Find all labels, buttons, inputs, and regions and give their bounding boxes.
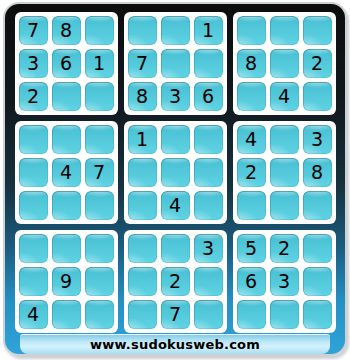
cell-r4c4[interactable]: 1 xyxy=(128,125,157,154)
cell-r3c1[interactable]: 2 xyxy=(19,82,48,111)
cell-r4c5[interactable] xyxy=(161,125,190,154)
cell-r1c3[interactable] xyxy=(85,16,114,45)
box-2: 17836 xyxy=(124,12,227,115)
cell-r6c6[interactable] xyxy=(194,191,223,220)
cell-r6c8[interactable] xyxy=(270,191,299,220)
cell-r6c5[interactable]: 4 xyxy=(161,191,190,220)
box-3: 824 xyxy=(233,12,336,115)
cell-r2c2[interactable]: 6 xyxy=(52,49,81,78)
cell-r2c7[interactable]: 8 xyxy=(237,49,266,78)
cell-r1c5[interactable] xyxy=(161,16,190,45)
box-1: 783612 xyxy=(15,12,118,115)
cell-r3c7[interactable] xyxy=(237,82,266,111)
cell-r4c7[interactable]: 4 xyxy=(237,125,266,154)
footer-band: www.sudokusweb.com xyxy=(20,334,330,354)
cell-r2c5[interactable] xyxy=(161,49,190,78)
cell-r9c1[interactable]: 4 xyxy=(19,300,48,329)
cell-r9c4[interactable] xyxy=(128,300,157,329)
cell-r3c6[interactable]: 6 xyxy=(194,82,223,111)
cell-r3c9[interactable] xyxy=(303,82,332,111)
cell-r8c7[interactable]: 6 xyxy=(237,267,266,296)
cell-r7c9[interactable] xyxy=(303,234,332,263)
box-5: 14 xyxy=(124,121,227,224)
cell-r2c9[interactable]: 2 xyxy=(303,49,332,78)
box-6: 4328 xyxy=(233,121,336,224)
cell-r3c3[interactable] xyxy=(85,82,114,111)
box-7: 94 xyxy=(15,230,118,333)
sudoku-plaque: 7836121783682447144328943275263 www.sudo… xyxy=(3,2,347,356)
cell-r4c2[interactable] xyxy=(52,125,81,154)
cell-r5c1[interactable] xyxy=(19,158,48,187)
cell-r8c5[interactable]: 2 xyxy=(161,267,190,296)
cell-r7c6[interactable]: 3 xyxy=(194,234,223,263)
cell-r9c6[interactable] xyxy=(194,300,223,329)
cell-r7c5[interactable] xyxy=(161,234,190,263)
cell-r3c2[interactable] xyxy=(52,82,81,111)
cell-r5c8[interactable] xyxy=(270,158,299,187)
cell-r1c4[interactable] xyxy=(128,16,157,45)
cell-r2c4[interactable]: 7 xyxy=(128,49,157,78)
cell-r2c8[interactable] xyxy=(270,49,299,78)
cell-r8c1[interactable] xyxy=(19,267,48,296)
box-9: 5263 xyxy=(233,230,336,333)
cell-r7c4[interactable] xyxy=(128,234,157,263)
box-4: 47 xyxy=(15,121,118,224)
cell-r9c9[interactable] xyxy=(303,300,332,329)
cell-r7c3[interactable] xyxy=(85,234,114,263)
cell-r6c1[interactable] xyxy=(19,191,48,220)
cell-r6c7[interactable] xyxy=(237,191,266,220)
cell-r1c6[interactable]: 1 xyxy=(194,16,223,45)
cell-r1c2[interactable]: 8 xyxy=(52,16,81,45)
cell-r9c7[interactable] xyxy=(237,300,266,329)
cell-r3c8[interactable]: 4 xyxy=(270,82,299,111)
cell-r4c8[interactable] xyxy=(270,125,299,154)
cell-r8c2[interactable]: 9 xyxy=(52,267,81,296)
cell-r5c6[interactable] xyxy=(194,158,223,187)
cell-r3c4[interactable]: 8 xyxy=(128,82,157,111)
cell-r9c8[interactable] xyxy=(270,300,299,329)
cell-r7c7[interactable]: 5 xyxy=(237,234,266,263)
cell-r6c9[interactable] xyxy=(303,191,332,220)
cell-r4c3[interactable] xyxy=(85,125,114,154)
cell-r4c9[interactable]: 3 xyxy=(303,125,332,154)
cell-r5c2[interactable]: 4 xyxy=(52,158,81,187)
cell-r8c3[interactable] xyxy=(85,267,114,296)
cell-r2c6[interactable] xyxy=(194,49,223,78)
site-url: www.sudokusweb.com xyxy=(90,337,260,352)
cell-r8c8[interactable]: 3 xyxy=(270,267,299,296)
cell-r8c9[interactable] xyxy=(303,267,332,296)
cell-r5c4[interactable] xyxy=(128,158,157,187)
cell-r8c6[interactable] xyxy=(194,267,223,296)
cell-r5c7[interactable]: 2 xyxy=(237,158,266,187)
cell-r5c9[interactable]: 8 xyxy=(303,158,332,187)
cell-r4c6[interactable] xyxy=(194,125,223,154)
cell-r9c2[interactable] xyxy=(52,300,81,329)
cell-r6c3[interactable] xyxy=(85,191,114,220)
cell-r9c5[interactable]: 7 xyxy=(161,300,190,329)
sudoku-board: 7836121783682447144328943275263 xyxy=(15,12,336,333)
cell-r1c1[interactable]: 7 xyxy=(19,16,48,45)
cell-r2c3[interactable]: 1 xyxy=(85,49,114,78)
cell-r1c9[interactable] xyxy=(303,16,332,45)
cell-r2c1[interactable]: 3 xyxy=(19,49,48,78)
cell-r4c1[interactable] xyxy=(19,125,48,154)
cell-r6c4[interactable] xyxy=(128,191,157,220)
cell-r6c2[interactable] xyxy=(52,191,81,220)
cell-r1c7[interactable] xyxy=(237,16,266,45)
box-8: 327 xyxy=(124,230,227,333)
cell-r7c8[interactable]: 2 xyxy=(270,234,299,263)
cell-r1c8[interactable] xyxy=(270,16,299,45)
cell-r3c5[interactable]: 3 xyxy=(161,82,190,111)
cell-r7c2[interactable] xyxy=(52,234,81,263)
cell-r8c4[interactable] xyxy=(128,267,157,296)
cell-r5c3[interactable]: 7 xyxy=(85,158,114,187)
cell-r5c5[interactable] xyxy=(161,158,190,187)
cell-r7c1[interactable] xyxy=(19,234,48,263)
cell-r9c3[interactable] xyxy=(85,300,114,329)
